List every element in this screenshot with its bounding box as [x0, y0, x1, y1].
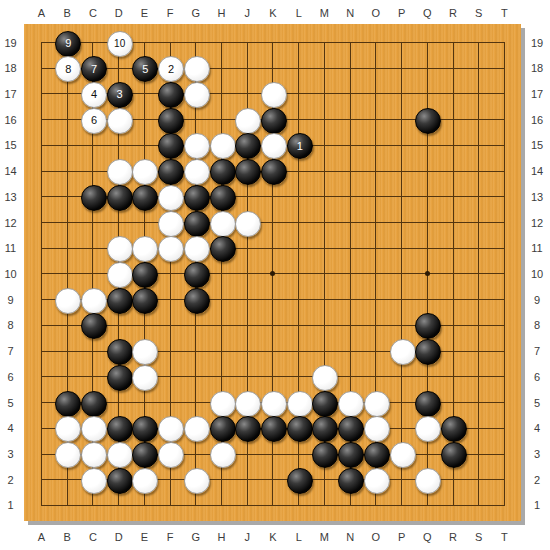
row-label-right-16: 16 [526, 113, 548, 127]
row-label-right-15: 15 [526, 138, 548, 152]
black-stone-M5 [312, 391, 338, 417]
column-label-top-L: L [287, 6, 311, 20]
black-stone-N3 [338, 442, 364, 468]
black-stone-C18: 7 [81, 56, 107, 82]
grid-line-vertical [401, 42, 402, 506]
move-number-label: 6 [91, 115, 97, 126]
black-stone-G10 [184, 262, 210, 288]
white-stone-D11 [107, 236, 133, 262]
column-label-top-Q: Q [415, 6, 439, 20]
column-label-bottom-D: D [107, 530, 131, 544]
column-label-bottom-S: S [467, 530, 491, 544]
column-label-top-S: S [467, 6, 491, 20]
white-stone-E11 [132, 236, 158, 262]
black-stone-D9 [107, 288, 133, 314]
white-stone-D10 [107, 262, 133, 288]
white-stone-Q4 [415, 416, 441, 442]
row-label-left-8: 8 [0, 318, 21, 332]
white-stone-C17: 4 [81, 82, 107, 108]
row-label-left-18: 18 [0, 61, 21, 75]
grid-line-horizontal [41, 505, 505, 506]
white-stone-B9 [55, 288, 81, 314]
white-stone-O5 [364, 391, 390, 417]
move-number-label: 5 [142, 64, 148, 75]
black-stone-D7 [107, 339, 133, 365]
white-stone-H3 [210, 442, 236, 468]
white-stone-G15 [184, 133, 210, 159]
black-stone-E3 [132, 442, 158, 468]
column-label-top-B: B [55, 6, 79, 20]
move-number-label: 10 [114, 39, 125, 49]
white-stone-C16: 6 [81, 108, 107, 134]
black-stone-L2 [287, 468, 313, 494]
column-label-bottom-T: T [492, 530, 516, 544]
black-stone-E4 [132, 416, 158, 442]
column-label-bottom-Q: Q [415, 530, 439, 544]
black-stone-J14 [235, 159, 261, 185]
white-stone-C9 [81, 288, 107, 314]
white-stone-G11 [184, 236, 210, 262]
row-label-left-16: 16 [0, 113, 21, 127]
white-stone-D16 [107, 108, 133, 134]
column-label-bottom-B: B [55, 530, 79, 544]
black-stone-Q16 [415, 108, 441, 134]
white-stone-G14 [184, 159, 210, 185]
black-stone-D4 [107, 416, 133, 442]
white-stone-D3 [107, 442, 133, 468]
star-point-K10 [270, 271, 275, 276]
black-stone-D2 [107, 468, 133, 494]
row-label-right-7: 7 [526, 344, 548, 358]
white-stone-Q2 [415, 468, 441, 494]
black-stone-C5 [81, 391, 107, 417]
black-stone-N2 [338, 468, 364, 494]
white-stone-C4 [81, 416, 107, 442]
row-label-left-17: 17 [0, 87, 21, 101]
black-stone-H4 [210, 416, 236, 442]
black-stone-Q5 [415, 391, 441, 417]
black-stone-E10 [132, 262, 158, 288]
column-label-bottom-O: O [364, 530, 388, 544]
column-label-bottom-P: P [390, 530, 414, 544]
white-stone-P7 [390, 339, 416, 365]
white-stone-F13 [158, 185, 184, 211]
black-stone-E13 [132, 185, 158, 211]
row-label-left-11: 11 [0, 241, 21, 255]
white-stone-B3 [55, 442, 81, 468]
row-label-right-18: 18 [526, 61, 548, 75]
row-label-left-15: 15 [0, 138, 21, 152]
row-label-right-14: 14 [526, 164, 548, 178]
white-stone-E6 [132, 365, 158, 391]
white-stone-G18 [184, 56, 210, 82]
column-label-top-N: N [338, 6, 362, 20]
move-number-label: 9 [65, 38, 71, 49]
column-label-top-G: G [184, 6, 208, 20]
black-stone-B19: 9 [55, 31, 81, 57]
black-stone-B5 [55, 391, 81, 417]
black-stone-H14 [210, 159, 236, 185]
black-stone-F15 [158, 133, 184, 159]
black-stone-L15: 1 [287, 133, 313, 159]
row-label-right-11: 11 [526, 241, 548, 255]
black-stone-D17: 3 [107, 82, 133, 108]
column-label-top-F: F [158, 6, 182, 20]
black-stone-H11 [210, 236, 236, 262]
black-stone-E9 [132, 288, 158, 314]
move-number-label: 8 [65, 64, 71, 75]
row-label-right-2: 2 [526, 473, 548, 487]
move-number-label: 1 [297, 141, 303, 152]
column-label-bottom-L: L [287, 530, 311, 544]
row-label-left-3: 3 [0, 447, 21, 461]
row-label-right-1: 1 [526, 498, 548, 512]
column-label-top-P: P [390, 6, 414, 20]
black-stone-N4 [338, 416, 364, 442]
grid-line-vertical [478, 42, 479, 506]
column-label-top-M: M [312, 6, 336, 20]
row-label-right-4: 4 [526, 421, 548, 435]
row-label-left-14: 14 [0, 164, 21, 178]
white-stone-G17 [184, 82, 210, 108]
row-label-left-13: 13 [0, 190, 21, 204]
column-label-bottom-E: E [132, 530, 156, 544]
black-stone-Q8 [415, 313, 441, 339]
black-stone-K16 [261, 108, 287, 134]
column-label-bottom-C: C [81, 530, 105, 544]
move-number-label: 2 [168, 64, 174, 75]
black-stone-J15 [235, 133, 261, 159]
white-stone-N5 [338, 391, 364, 417]
white-stone-P3 [390, 442, 416, 468]
column-label-bottom-M: M [312, 530, 336, 544]
column-label-bottom-G: G [184, 530, 208, 544]
black-stone-G12 [184, 211, 210, 237]
black-stone-F16 [158, 108, 184, 134]
row-label-left-12: 12 [0, 216, 21, 230]
column-label-bottom-H: H [210, 530, 234, 544]
row-label-right-12: 12 [526, 216, 548, 230]
white-stone-O4 [364, 416, 390, 442]
move-number-label: 4 [91, 89, 97, 100]
white-stone-E2 [132, 468, 158, 494]
black-stone-R3 [441, 442, 467, 468]
column-label-bottom-K: K [261, 530, 285, 544]
white-stone-F11 [158, 236, 184, 262]
star-point-Q10 [425, 271, 430, 276]
white-stone-E7 [132, 339, 158, 365]
go-board: 91087524361 [24, 24, 521, 521]
black-stone-K14 [261, 159, 287, 185]
row-label-left-2: 2 [0, 473, 21, 487]
white-stone-E14 [132, 159, 158, 185]
row-label-right-13: 13 [526, 190, 548, 204]
row-label-right-17: 17 [526, 87, 548, 101]
white-stone-K5 [261, 391, 287, 417]
grid-line-vertical [504, 42, 505, 506]
row-label-left-10: 10 [0, 267, 21, 281]
white-stone-F12 [158, 211, 184, 237]
black-stone-M4 [312, 416, 338, 442]
row-label-left-1: 1 [0, 498, 21, 512]
white-stone-J5 [235, 391, 261, 417]
white-stone-J16 [235, 108, 261, 134]
black-stone-Q7 [415, 339, 441, 365]
white-stone-F3 [158, 442, 184, 468]
column-label-top-J: J [235, 6, 259, 20]
black-stone-K4 [261, 416, 287, 442]
black-stone-G13 [184, 185, 210, 211]
black-stone-M3 [312, 442, 338, 468]
black-stone-E18: 5 [132, 56, 158, 82]
black-stone-F14 [158, 159, 184, 185]
white-stone-G2 [184, 468, 210, 494]
row-label-left-4: 4 [0, 421, 21, 435]
column-label-bottom-F: F [158, 530, 182, 544]
row-label-right-19: 19 [526, 36, 548, 50]
white-stone-H15 [210, 133, 236, 159]
black-stone-F17 [158, 82, 184, 108]
white-stone-M6 [312, 365, 338, 391]
row-label-left-5: 5 [0, 396, 21, 410]
row-label-right-10: 10 [526, 267, 548, 281]
row-label-right-9: 9 [526, 293, 548, 307]
black-stone-D6 [107, 365, 133, 391]
white-stone-C3 [81, 442, 107, 468]
column-label-top-H: H [210, 6, 234, 20]
white-stone-L5 [287, 391, 313, 417]
row-label-left-19: 19 [0, 36, 21, 50]
white-stone-C2 [81, 468, 107, 494]
black-stone-C13 [81, 185, 107, 211]
white-stone-D14 [107, 159, 133, 185]
column-label-bottom-A: A [30, 530, 54, 544]
white-stone-F4 [158, 416, 184, 442]
column-label-top-E: E [132, 6, 156, 20]
black-stone-H13 [210, 185, 236, 211]
column-label-top-K: K [261, 6, 285, 20]
black-stone-D13 [107, 185, 133, 211]
white-stone-F18: 2 [158, 56, 184, 82]
black-stone-R4 [441, 416, 467, 442]
black-stone-O3 [364, 442, 390, 468]
column-label-bottom-R: R [441, 530, 465, 544]
move-number-label: 3 [117, 89, 123, 100]
white-stone-D19: 10 [107, 31, 133, 57]
row-label-right-5: 5 [526, 396, 548, 410]
black-stone-G9 [184, 288, 210, 314]
white-stone-J12 [235, 211, 261, 237]
white-stone-H12 [210, 211, 236, 237]
black-stone-C8 [81, 313, 107, 339]
white-stone-B4 [55, 416, 81, 442]
row-label-right-6: 6 [526, 370, 548, 384]
black-stone-L4 [287, 416, 313, 442]
column-label-top-A: A [30, 6, 54, 20]
column-label-top-C: C [81, 6, 105, 20]
white-stone-G4 [184, 416, 210, 442]
white-stone-K17 [261, 82, 287, 108]
black-stone-J4 [235, 416, 261, 442]
white-stone-B18: 8 [55, 56, 81, 82]
column-label-top-O: O [364, 6, 388, 20]
white-stone-H5 [210, 391, 236, 417]
row-label-right-8: 8 [526, 318, 548, 332]
row-label-left-9: 9 [0, 293, 21, 307]
white-stone-O2 [364, 468, 390, 494]
column-label-top-D: D [107, 6, 131, 20]
column-label-top-T: T [492, 6, 516, 20]
row-label-right-3: 3 [526, 447, 548, 461]
column-label-bottom-J: J [235, 530, 259, 544]
move-number-label: 7 [91, 64, 97, 75]
row-label-left-6: 6 [0, 370, 21, 384]
column-label-top-R: R [441, 6, 465, 20]
go-board-diagram: 91087524361 AABBCCDDEEFFGGHHJJKKLLMMNNOO… [0, 0, 550, 550]
column-label-bottom-N: N [338, 530, 362, 544]
row-label-left-7: 7 [0, 344, 21, 358]
white-stone-K15 [261, 133, 287, 159]
